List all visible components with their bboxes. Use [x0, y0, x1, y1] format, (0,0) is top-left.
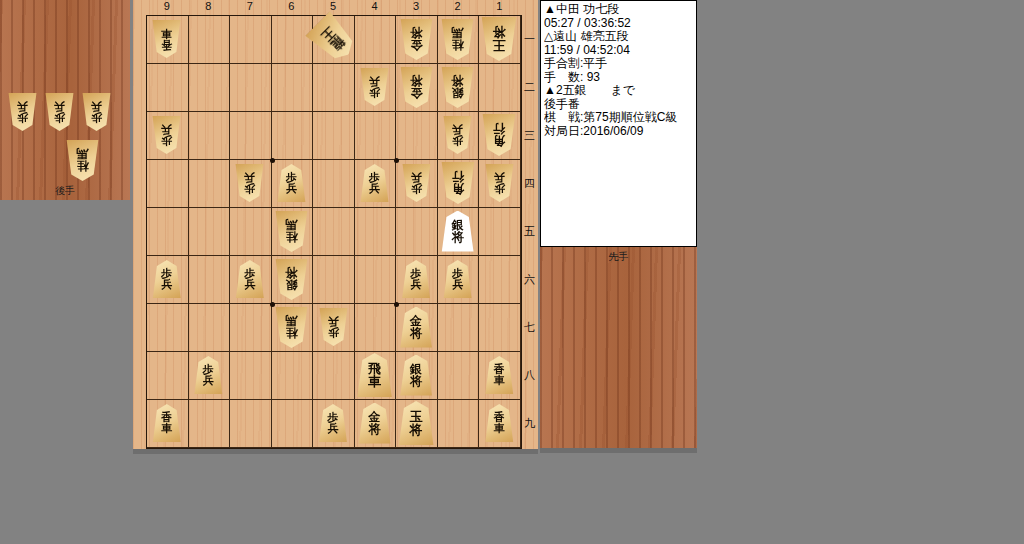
tournament-line: 棋 戦:第75期順位戦C級 — [544, 111, 696, 125]
gote-captured-tray[interactable]: 後手 歩兵歩兵歩兵桂馬 — [0, 0, 130, 200]
file-label-6: 6 — [271, 0, 313, 14]
square-3三[interactable] — [396, 112, 438, 160]
rank-label-六: 六 — [522, 272, 537, 287]
file-label-8: 8 — [188, 0, 230, 14]
gote-tray-label: 後手 — [0, 184, 130, 198]
square-8三[interactable] — [189, 112, 231, 160]
square-1二[interactable] — [479, 64, 521, 112]
square-2七[interactable] — [438, 304, 480, 352]
square-7三[interactable] — [230, 112, 272, 160]
square-8一[interactable] — [189, 16, 231, 64]
square-1五[interactable] — [479, 208, 521, 256]
square-8四[interactable] — [189, 160, 231, 208]
square-2九[interactable] — [438, 400, 480, 448]
square-7一[interactable] — [230, 16, 272, 64]
gote-player-name: △遠山 雄亮五段 — [544, 30, 696, 44]
square-6三[interactable] — [272, 112, 314, 160]
rank-label-五: 五 — [522, 224, 537, 239]
hoshi-dot — [270, 158, 275, 163]
square-5六[interactable] — [313, 256, 355, 304]
sente-tray-label: 先手 — [540, 250, 697, 264]
square-1六[interactable] — [479, 256, 521, 304]
hoshi-dot — [270, 302, 275, 307]
square-4七[interactable] — [355, 304, 397, 352]
square-8九[interactable] — [189, 400, 231, 448]
rank-label-九: 九 — [522, 416, 537, 431]
sente-player-name: ▲中田 功七段 — [544, 3, 696, 17]
file-label-2: 2 — [437, 0, 479, 14]
square-6二[interactable] — [272, 64, 314, 112]
square-4一[interactable] — [355, 16, 397, 64]
square-6八[interactable] — [272, 352, 314, 400]
rank-label-一: 一 — [522, 32, 537, 47]
square-9五[interactable] — [147, 208, 189, 256]
square-7五[interactable] — [230, 208, 272, 256]
square-7八[interactable] — [230, 352, 272, 400]
square-4三[interactable] — [355, 112, 397, 160]
rank-label-八: 八 — [522, 368, 537, 383]
rank-label-二: 二 — [522, 80, 537, 95]
hand-piece-歩兵[interactable]: 歩兵 — [82, 93, 111, 131]
square-3五[interactable] — [396, 208, 438, 256]
square-5二[interactable] — [313, 64, 355, 112]
tray-shadow — [540, 448, 697, 453]
square-8五[interactable] — [189, 208, 231, 256]
square-9八[interactable] — [147, 352, 189, 400]
square-6九[interactable] — [272, 400, 314, 448]
square-4六[interactable] — [355, 256, 397, 304]
sente-clock: 05:27 / 03:36:52 — [544, 17, 696, 31]
file-label-1: 1 — [478, 0, 520, 14]
file-label-4: 4 — [354, 0, 396, 14]
turn-line: 後手番 — [544, 98, 696, 112]
shogi-app-screen: 後手 歩兵歩兵歩兵桂馬 987654321一二三四五六七八九香車龍王金将桂馬王将… — [0, 0, 1024, 544]
file-label-9: 9 — [146, 0, 188, 14]
square-5四[interactable] — [313, 160, 355, 208]
square-8六[interactable] — [189, 256, 231, 304]
file-label-3: 3 — [395, 0, 437, 14]
date-line: 対局日:2016/06/09 — [544, 125, 696, 139]
square-2八[interactable] — [438, 352, 480, 400]
shogi-board: 987654321一二三四五六七八九香車龍王金将桂馬王将歩兵金将銀将歩兵歩兵角行… — [133, 0, 538, 449]
hand-piece-歩兵[interactable]: 歩兵 — [45, 93, 74, 131]
square-7二[interactable] — [230, 64, 272, 112]
file-label-7: 7 — [229, 0, 271, 14]
rank-label-七: 七 — [522, 320, 537, 335]
square-5八[interactable] — [313, 352, 355, 400]
square-5五[interactable] — [313, 208, 355, 256]
last-move-line: ▲2五銀 まで — [544, 84, 696, 98]
gote-clock: 11:59 / 04:52:04 — [544, 44, 696, 58]
hand-piece-桂馬[interactable]: 桂馬 — [66, 140, 99, 181]
square-9七[interactable] — [147, 304, 189, 352]
square-7七[interactable] — [230, 304, 272, 352]
rank-label-四: 四 — [522, 176, 537, 191]
game-info-panel: ▲中田 功七段 05:27 / 03:36:52 △遠山 雄亮五段 11:59 … — [540, 0, 697, 247]
square-9二[interactable] — [147, 64, 189, 112]
square-9四[interactable] — [147, 160, 189, 208]
handicap-line: 手合割:平手 — [544, 57, 696, 71]
square-4五[interactable] — [355, 208, 397, 256]
board-shadow — [133, 449, 538, 454]
square-8七[interactable] — [189, 304, 231, 352]
square-7九[interactable] — [230, 400, 272, 448]
square-8二[interactable] — [189, 64, 231, 112]
square-6一[interactable] — [272, 16, 314, 64]
hand-piece-歩兵[interactable]: 歩兵 — [8, 93, 37, 131]
sente-captured-tray[interactable]: 先手 — [540, 247, 697, 448]
square-5三[interactable] — [313, 112, 355, 160]
file-label-5: 5 — [312, 0, 354, 14]
square-1七[interactable] — [479, 304, 521, 352]
move-count-line: 手 数: 93 — [544, 71, 696, 85]
rank-label-三: 三 — [522, 128, 537, 143]
